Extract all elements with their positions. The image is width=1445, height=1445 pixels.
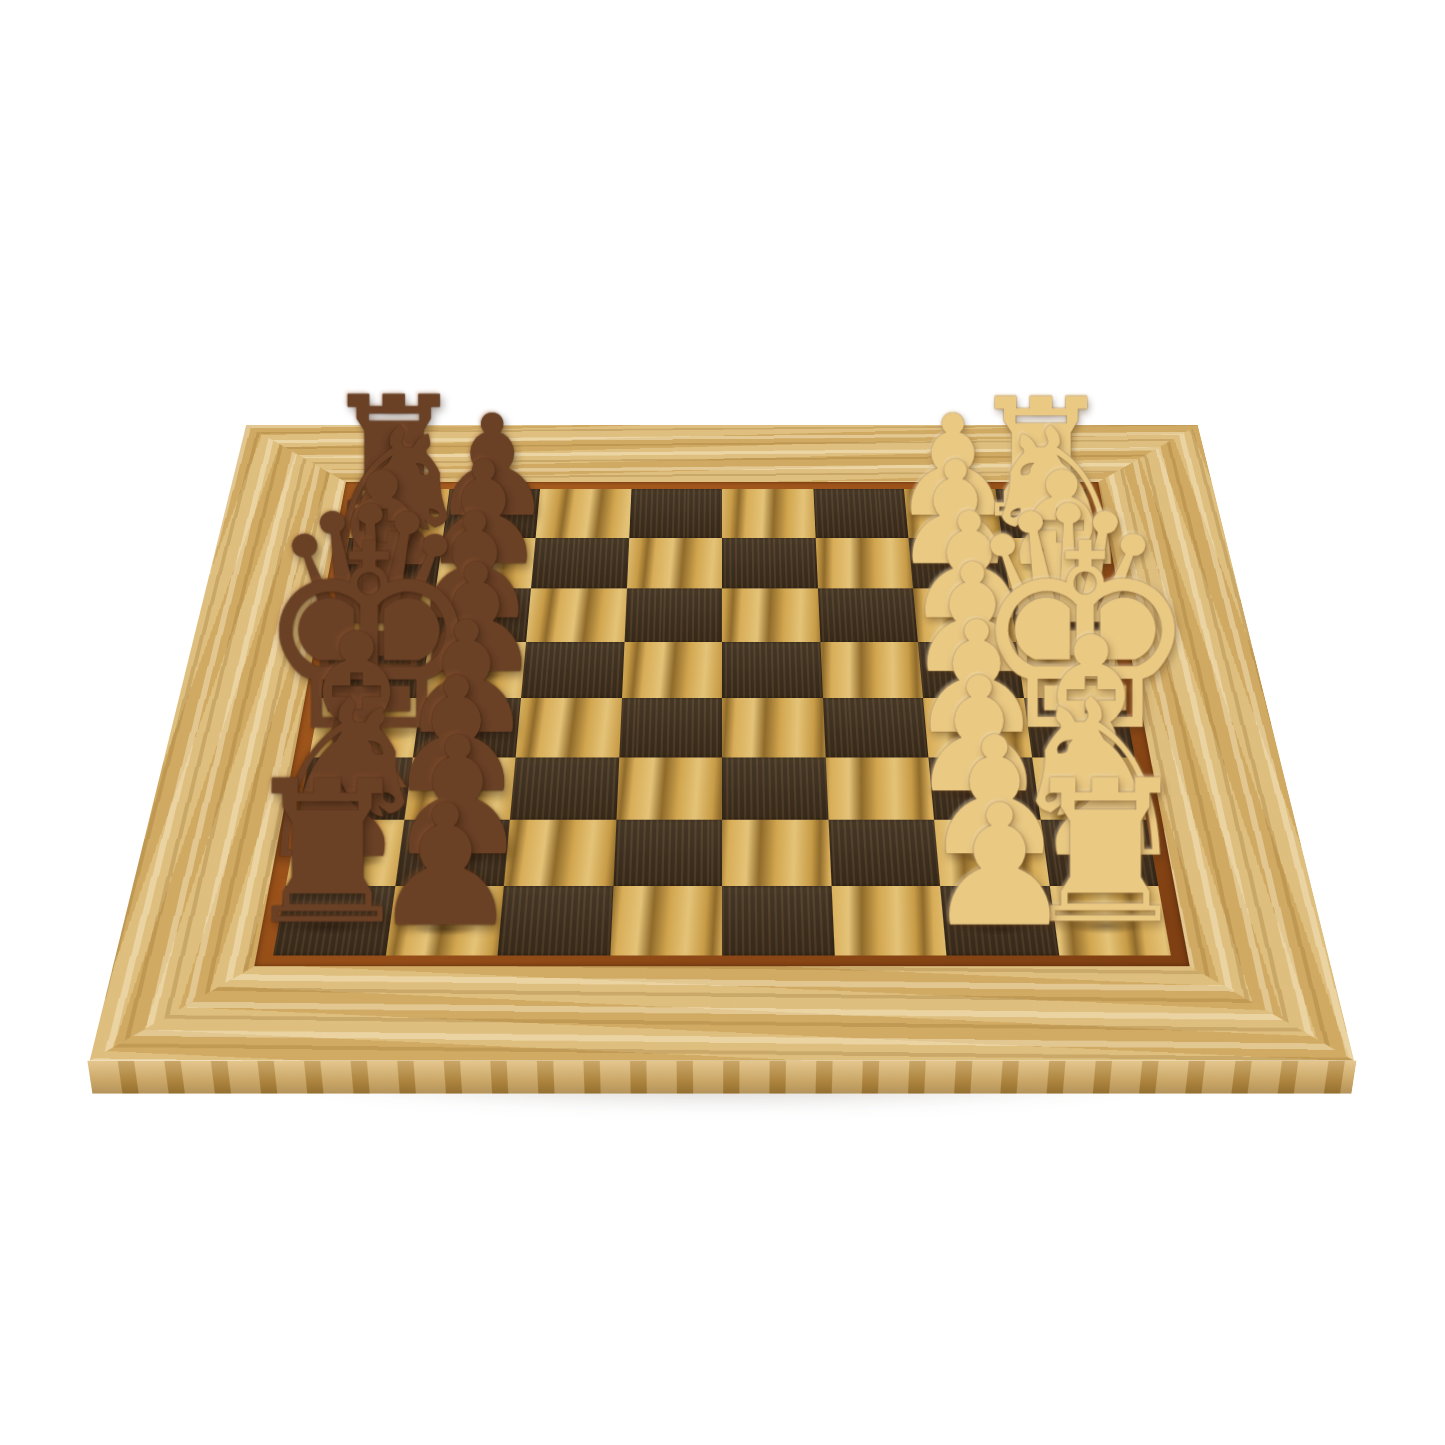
square-b6 — [531, 538, 629, 589]
square-c1 — [1009, 588, 1114, 641]
square-h3 — [831, 886, 946, 956]
square-a5 — [629, 489, 722, 537]
square-b1 — [1002, 538, 1104, 589]
board-front-bevel — [87, 1061, 1356, 1094]
square-c5 — [624, 588, 722, 641]
square-a1 — [995, 489, 1095, 537]
square-a7 — [442, 489, 540, 537]
square-e5 — [619, 698, 722, 757]
square-b4 — [722, 538, 818, 589]
square-b2 — [908, 538, 1008, 589]
square-f6 — [510, 757, 619, 819]
square-f5 — [616, 757, 722, 819]
square-g4 — [722, 820, 831, 886]
board-top-surface — [90, 425, 1355, 1061]
square-c8 — [330, 588, 435, 641]
square-d1 — [1016, 642, 1124, 698]
square-e3 — [823, 698, 929, 757]
square-c2 — [913, 588, 1016, 641]
square-a8 — [349, 489, 449, 537]
square-a4 — [722, 489, 815, 537]
square-c6 — [526, 588, 626, 641]
square-d6 — [521, 642, 624, 698]
square-d8 — [320, 642, 428, 698]
square-d7 — [421, 642, 527, 698]
square-d2 — [918, 642, 1024, 698]
chess-set-photo: ♜♞♝♛♚♝♞♜♟♟♟♟♟♟♟♟♟♟♟♟♟♟♟♟♜♞♝♛♚♝♞♜ — [0, 0, 1445, 1445]
square-a2 — [904, 489, 1002, 537]
square-c3 — [818, 588, 918, 641]
square-b5 — [626, 538, 722, 589]
square-f4 — [722, 757, 828, 819]
square-d4 — [722, 642, 823, 698]
square-d5 — [622, 642, 723, 698]
square-g3 — [828, 820, 940, 886]
square-h6 — [498, 886, 613, 956]
square-b3 — [815, 538, 913, 589]
square-a3 — [813, 489, 908, 537]
square-h5 — [610, 886, 722, 956]
square-f3 — [825, 757, 934, 819]
square-b7 — [435, 538, 535, 589]
square-a6 — [536, 489, 631, 537]
square-c4 — [722, 588, 820, 641]
chess-board: ♜♞♝♛♚♝♞♜♟♟♟♟♟♟♟♟♟♟♟♟♟♟♟♟♜♞♝♛♚♝♞♜ — [90, 425, 1355, 1061]
square-g6 — [504, 820, 616, 886]
square-b8 — [340, 538, 442, 589]
square-e6 — [516, 698, 622, 757]
square-c7 — [428, 588, 531, 641]
square-e4 — [722, 698, 825, 757]
square-g5 — [613, 820, 722, 886]
square-d3 — [820, 642, 923, 698]
square-h4 — [722, 886, 834, 956]
